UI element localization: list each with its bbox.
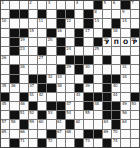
black-cell (10, 47, 18, 55)
black-cell (75, 65, 83, 73)
crossword-cell[interactable] (94, 111, 102, 119)
clue-number: 39 (85, 84, 90, 88)
crossword-cell[interactable] (10, 130, 18, 138)
black-cell (57, 102, 65, 110)
crossword-cell[interactable] (20, 19, 28, 27)
clue-number: 7 (131, 1, 133, 5)
crossword-cell[interactable] (131, 10, 139, 18)
crossword-cell[interactable] (20, 56, 28, 64)
crossword-cell[interactable]: 64 (121, 120, 129, 128)
crossword-cell[interactable] (131, 111, 139, 119)
black-cell (84, 56, 92, 64)
crossword-cell[interactable] (1, 29, 9, 37)
crossword-cell[interactable]: 49 (121, 102, 129, 110)
clue-number: 20 (48, 38, 53, 42)
black-cell (75, 139, 83, 147)
crossword-cell[interactable]: 28 (20, 65, 28, 73)
crossword-cell[interactable]: 56 (121, 111, 129, 119)
black-cell (112, 19, 120, 27)
clue-number: 52 (29, 111, 34, 115)
black-cell (94, 38, 102, 46)
crossword-cell[interactable]: 8 (94, 10, 102, 18)
crossword-cell[interactable]: 44 (112, 93, 120, 101)
clue-number: 41 (29, 93, 34, 97)
crossword-cell[interactable] (10, 102, 18, 110)
crossword-cell[interactable]: 47 (66, 102, 74, 110)
crossword-cell[interactable] (47, 56, 55, 64)
crossword-cell[interactable] (121, 47, 129, 55)
crossword-cell[interactable]: 71 (20, 139, 28, 147)
crossword-cell[interactable]: 65 (1, 130, 9, 138)
clue-number: 53 (48, 111, 53, 115)
black-cell (47, 102, 55, 110)
crossword-cell[interactable]: 18 (112, 29, 120, 37)
crossword-cell[interactable] (112, 47, 120, 55)
clue-number: 61 (57, 120, 62, 124)
clue-number: 71 (20, 139, 25, 143)
crossword-cell[interactable]: 4 (75, 1, 83, 9)
crossword-cell[interactable]: 55 (84, 111, 92, 119)
crossword-cell[interactable] (75, 102, 83, 110)
black-cell (38, 111, 46, 119)
crossword-cell[interactable] (1, 75, 9, 83)
crossword-cell[interactable]: 21У (103, 38, 111, 46)
clue-number: 70 (113, 130, 118, 134)
crossword-cell[interactable]: 1 (1, 1, 9, 9)
clue-number: 24 (66, 47, 71, 51)
crossword-cell[interactable] (1, 38, 9, 46)
crossword-cell[interactable] (29, 38, 37, 46)
clue-number: 66 (20, 130, 25, 134)
black-cell (103, 111, 111, 119)
crossword-cell[interactable] (47, 47, 55, 55)
crossword-cell[interactable] (47, 93, 55, 101)
crossword-cell[interactable] (20, 84, 28, 92)
clue-number: 3 (48, 1, 50, 5)
crossword-cell[interactable] (121, 93, 129, 101)
crossword-cell[interactable] (10, 1, 18, 9)
crossword-cell[interactable] (94, 75, 102, 83)
crossword-cell[interactable] (66, 139, 74, 147)
black-cell (121, 1, 129, 9)
black-cell (112, 75, 120, 83)
clue-number: 19 (20, 38, 25, 42)
black-cell (10, 38, 18, 46)
crossword-cell[interactable] (94, 29, 102, 37)
clue-number: 23 (20, 47, 25, 51)
crossword-cell[interactable] (131, 56, 139, 64)
clue-number: 8 (94, 10, 96, 14)
clue-number: 5 (103, 1, 105, 5)
crossword-cell[interactable]: 26 (1, 56, 9, 64)
crossword-cell[interactable]: 40 (112, 84, 120, 92)
clue-number: 30 (85, 65, 90, 69)
clue-number: 56 (122, 111, 127, 115)
crossword-cell[interactable]: 6 (112, 1, 120, 9)
clue-number: 1 (2, 1, 4, 5)
crossword-cell[interactable] (29, 56, 37, 64)
crossword-cell[interactable] (94, 84, 102, 92)
crossword-cell[interactable] (1, 47, 9, 55)
black-cell (103, 75, 111, 83)
crossword-cell[interactable] (38, 102, 46, 110)
crossword-cell[interactable] (38, 1, 46, 9)
crossword-cell[interactable]: 53 (47, 111, 55, 119)
crossword-cell[interactable] (131, 139, 139, 147)
black-cell (20, 10, 28, 18)
clue-number: 57 (2, 120, 7, 124)
crossword-cell[interactable] (84, 47, 92, 55)
crossword-cell[interactable] (47, 65, 55, 73)
crossword-cell[interactable]: 59 (29, 120, 37, 128)
crossword-cell[interactable] (112, 10, 120, 18)
crossword-cell[interactable] (47, 19, 55, 27)
clue-number: 32 (48, 75, 53, 79)
crossword-cell[interactable] (121, 29, 129, 37)
crossword-cell[interactable]: 51 (20, 111, 28, 119)
crossword-cell[interactable]: 58 (10, 120, 18, 128)
crossword-cell[interactable] (75, 75, 83, 83)
black-cell (47, 84, 55, 92)
crossword-cell[interactable]: 31 (121, 65, 129, 73)
clue-number: 36 (11, 84, 16, 88)
crossword-cell[interactable] (20, 75, 28, 83)
crossword-cell[interactable]: 52 (29, 111, 37, 119)
clue-number: 31 (122, 65, 127, 69)
crossword-cell[interactable] (29, 47, 37, 55)
black-cell (66, 10, 74, 18)
crossword-cell[interactable]: 68 (66, 130, 74, 138)
crossword-cell[interactable] (103, 10, 111, 18)
crossword-cell[interactable] (121, 84, 129, 92)
crossword-cell[interactable] (75, 130, 83, 138)
black-cell (29, 75, 37, 83)
black-cell (1, 93, 9, 101)
crossword-cell[interactable] (75, 47, 83, 55)
crossword-cell[interactable] (38, 65, 46, 73)
black-cell (75, 29, 83, 37)
clue-number: 28 (20, 65, 25, 69)
black-cell (57, 65, 65, 73)
crossword-cell[interactable] (84, 120, 92, 128)
crossword-cell[interactable]: 63 (103, 120, 111, 128)
clue-number: 62 (76, 120, 81, 124)
crossword-cell[interactable]: 7 (131, 1, 139, 9)
clue-number: 10 (2, 19, 7, 23)
crossword-cell[interactable]: 15 (29, 29, 37, 37)
black-cell (57, 38, 65, 46)
black-cell (112, 102, 120, 110)
crossword-cell[interactable] (38, 29, 46, 37)
crossword-cell[interactable]: 20 (47, 38, 55, 46)
crossword-cell[interactable] (75, 111, 83, 119)
clue-number: 13 (94, 19, 99, 23)
crossword-cell[interactable]: 30 (84, 65, 92, 73)
clue-number: 33 (57, 75, 62, 79)
crossword-cell[interactable] (131, 19, 139, 27)
crossword-cell[interactable] (94, 65, 102, 73)
crossword-cell[interactable] (84, 1, 92, 9)
black-cell (112, 111, 120, 119)
crossword-cell[interactable] (29, 65, 37, 73)
crossword-cell[interactable]: 70 (112, 130, 120, 138)
crossword-cell[interactable]: 50 (131, 102, 139, 110)
black-cell (29, 102, 37, 110)
crossword-cell[interactable] (29, 19, 37, 27)
clue-number: 18 (113, 29, 118, 33)
crossword-cell[interactable] (47, 10, 55, 18)
crossword-cell[interactable]: 37 (29, 84, 37, 92)
crossword-cell[interactable]: 66 (20, 130, 28, 138)
crossword-cell[interactable]: 72 (47, 139, 55, 147)
crossword-cell[interactable] (84, 38, 92, 46)
crossword-cell[interactable] (38, 130, 46, 138)
filled-letter: Р (131, 39, 139, 46)
crossword-cell[interactable] (1, 139, 9, 147)
crossword-cell[interactable] (94, 139, 102, 147)
black-cell (10, 65, 18, 73)
crossword-cell[interactable] (29, 130, 37, 138)
black-cell (10, 111, 18, 119)
crossword-cell[interactable]: 25 (94, 47, 102, 55)
crossword-cell[interactable]: 60 (38, 120, 46, 128)
clue-number: 38 (57, 84, 62, 88)
crossword-cell[interactable]: 38 (57, 84, 65, 92)
clue-number: 63 (103, 120, 108, 124)
crossword-cell[interactable] (47, 120, 55, 128)
crossword-cell[interactable]: 33 (57, 75, 65, 83)
crossword-cell[interactable]: 39 (84, 84, 92, 92)
clue-number: 12 (66, 19, 71, 23)
crossword-cell[interactable]: 42 (38, 93, 46, 101)
clue-number: 45 (2, 102, 7, 106)
clue-number: 29 (66, 65, 71, 69)
clue-number: 54 (66, 111, 71, 115)
crossword-cell[interactable] (29, 139, 37, 147)
crossword-cell[interactable] (131, 65, 139, 73)
black-cell (38, 84, 46, 92)
clue-number: 49 (122, 102, 127, 106)
crossword-cell[interactable] (66, 75, 74, 83)
clue-number: 50 (131, 102, 136, 106)
crossword-cell[interactable] (66, 38, 74, 46)
crossword-cell[interactable] (131, 120, 139, 128)
filled-letter: У (103, 39, 111, 46)
crossword-grid: 123456789101112131415161718192021УПО22Р2… (0, 0, 140, 148)
crossword-cell[interactable]: 27 (38, 56, 46, 64)
crossword-cell[interactable] (57, 139, 65, 147)
black-cell (10, 139, 18, 147)
clue-number: 40 (113, 84, 118, 88)
crossword-cell[interactable]: 74 (112, 139, 120, 147)
clue-number: 72 (48, 139, 53, 143)
clue-number: 46 (20, 102, 25, 106)
crossword-cell[interactable] (121, 139, 129, 147)
black-cell (131, 29, 139, 37)
crossword-cell[interactable] (131, 75, 139, 83)
crossword-cell[interactable] (131, 47, 139, 55)
clue-number: 73 (85, 139, 90, 143)
crossword-cell[interactable]: 24 (66, 47, 74, 55)
clue-number: 47 (66, 102, 71, 106)
crossword-cell[interactable] (20, 1, 28, 9)
crossword-cell[interactable]: 5 (103, 1, 111, 9)
black-cell (57, 47, 65, 55)
clue-number: 9 (122, 10, 124, 14)
crossword-cell[interactable]: 67 (57, 130, 65, 138)
black-cell (103, 139, 111, 147)
clue-number: 44 (113, 93, 118, 97)
crossword-cell[interactable] (10, 93, 18, 101)
crossword-cell[interactable] (94, 120, 102, 128)
black-cell (47, 29, 55, 37)
crossword-cell[interactable] (1, 111, 9, 119)
clue-number: 51 (20, 111, 25, 115)
crossword-cell[interactable] (103, 65, 111, 73)
crossword-cell[interactable]: 23 (20, 47, 28, 55)
crossword-cell[interactable]: 16 (57, 29, 65, 37)
clue-number: 48 (94, 102, 99, 106)
clue-number: 17 (85, 29, 90, 33)
clue-number: 60 (39, 120, 44, 124)
crossword-cell[interactable]: 57 (1, 120, 9, 128)
clue-number: 4 (76, 1, 78, 5)
black-cell (66, 56, 74, 64)
clue-number: 58 (11, 120, 16, 124)
clue-number: 69 (103, 130, 108, 134)
crossword-cell[interactable]: 32 (47, 75, 55, 83)
crossword-cell[interactable]: О (121, 38, 129, 46)
crossword-cell[interactable] (10, 19, 18, 27)
crossword-cell[interactable]: 73 (84, 139, 92, 147)
crossword-cell[interactable] (75, 10, 83, 18)
crossword-cell[interactable] (10, 56, 18, 64)
crossword-cell[interactable]: 35 (1, 84, 9, 92)
crossword-cell[interactable] (57, 93, 65, 101)
clue-number: 59 (29, 120, 34, 124)
clue-number: 34 (122, 75, 127, 79)
crossword-cell[interactable] (1, 65, 9, 73)
crossword-cell[interactable] (103, 19, 111, 27)
black-cell (20, 29, 28, 37)
crossword-cell[interactable] (75, 19, 83, 27)
clue-number: 26 (2, 56, 7, 60)
crossword-cell[interactable] (112, 65, 120, 73)
black-cell (103, 93, 111, 101)
crossword-cell[interactable]: 17 (84, 29, 92, 37)
crossword-cell[interactable]: 10 (1, 19, 9, 27)
crossword-cell[interactable]: 43 (75, 93, 83, 101)
black-cell (38, 139, 46, 147)
crossword-cell[interactable] (131, 84, 139, 92)
clue-number: 65 (2, 130, 7, 134)
crossword-cell[interactable]: 48 (94, 102, 102, 110)
black-cell (103, 102, 111, 110)
crossword-cell[interactable] (131, 130, 139, 138)
crossword-cell[interactable] (38, 38, 46, 46)
black-cell (20, 93, 28, 101)
crossword-cell[interactable]: 3 (47, 1, 55, 9)
clue-number: 74 (113, 139, 118, 143)
crossword-cell[interactable]: 19 (20, 38, 28, 46)
crossword-cell[interactable] (121, 130, 129, 138)
black-cell (112, 120, 120, 128)
crossword-cell[interactable]: 36 (10, 84, 18, 92)
crossword-cell[interactable] (94, 56, 102, 64)
black-cell (84, 130, 92, 138)
clue-number: 14 (122, 19, 127, 23)
black-cell (103, 29, 111, 37)
black-cell (75, 84, 83, 92)
crossword-cell[interactable] (1, 10, 9, 18)
clue-number: 2 (29, 1, 31, 5)
clue-number: 35 (2, 84, 7, 88)
crossword-cell[interactable]: 12 (66, 19, 74, 27)
crossword-cell[interactable]: 34 (121, 75, 129, 83)
crossword-cell[interactable]: 62 (75, 120, 83, 128)
clue-number: 27 (39, 56, 44, 60)
crossword-cell[interactable]: 45 (1, 102, 9, 110)
black-cell (10, 29, 18, 37)
crossword-cell[interactable]: 14 (121, 19, 129, 27)
black-cell (66, 120, 74, 128)
crossword-cell[interactable] (112, 56, 120, 64)
black-cell (103, 56, 111, 64)
black-cell (84, 10, 92, 18)
crossword-cell[interactable]: 41 (29, 93, 37, 101)
black-cell (103, 84, 111, 92)
black-cell (10, 10, 18, 18)
filled-letter: П (112, 39, 120, 46)
crossword-cell[interactable]: 61 (57, 120, 65, 128)
black-cell (121, 56, 129, 64)
clue-number: 15 (29, 29, 34, 33)
crossword-cell[interactable] (57, 56, 65, 64)
crossword-cell[interactable] (57, 1, 65, 9)
black-cell (75, 38, 83, 46)
crossword-cell[interactable]: 46 (20, 102, 28, 110)
crossword-cell[interactable]: 29 (66, 65, 74, 73)
crossword-cell[interactable]: 13 (94, 19, 102, 27)
crossword-cell[interactable]: 22Р (131, 38, 139, 46)
clue-number: 64 (122, 120, 127, 124)
crossword-cell[interactable] (103, 47, 111, 55)
crossword-cell[interactable]: П (112, 38, 120, 46)
crossword-cell[interactable] (66, 84, 74, 92)
black-cell (57, 10, 65, 18)
black-cell (131, 93, 139, 101)
crossword-cell[interactable] (66, 29, 74, 37)
crossword-cell[interactable] (66, 93, 74, 101)
clue-number: 25 (94, 47, 99, 51)
black-cell (75, 56, 83, 64)
clue-number: 43 (76, 93, 81, 97)
crossword-cell[interactable]: 11 (38, 19, 46, 27)
crossword-cell[interactable] (66, 1, 74, 9)
clue-number: 42 (39, 93, 44, 97)
crossword-cell[interactable]: 2 (29, 1, 37, 9)
black-cell (84, 93, 92, 101)
crossword-cell[interactable]: 69 (103, 130, 111, 138)
clue-number: 55 (85, 111, 90, 115)
black-cell (94, 130, 102, 138)
black-cell (94, 1, 102, 9)
crossword-cell[interactable]: 54 (66, 111, 74, 119)
crossword-cell[interactable] (29, 10, 37, 18)
black-cell (47, 130, 55, 138)
crossword-cell[interactable]: 9 (121, 10, 129, 18)
black-cell (20, 120, 28, 128)
